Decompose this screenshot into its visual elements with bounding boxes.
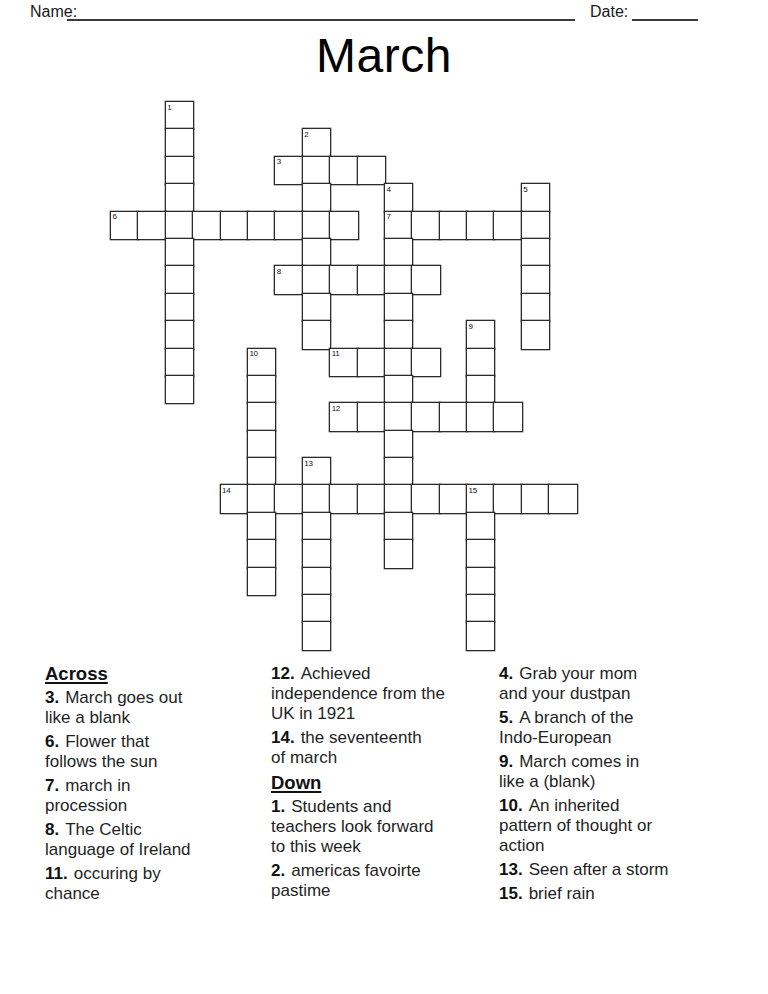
grid-cell-r17c13[interactable] (467, 568, 494, 595)
date-input-line[interactable] (632, 3, 698, 21)
clue-number: 13. (499, 860, 523, 879)
grid-cell-r9c5[interactable]: 10 (248, 349, 275, 376)
grid-cell-r8c2[interactable] (166, 321, 193, 348)
grid-cell-r18c7[interactable] (303, 595, 330, 622)
grid-cell-r19c7[interactable] (303, 622, 330, 649)
clue-item-1: 1.Students and teachers look forward to … (271, 797, 486, 857)
clue-number: 4. (499, 664, 513, 683)
grid-cell-r11c8[interactable]: 12 (330, 403, 357, 430)
grid-cell-r2c9[interactable] (358, 157, 385, 184)
clue-item-8: 8.The Celtic language of Ireland (45, 820, 250, 860)
clue-item-11: 11.occuring by chance (45, 864, 250, 904)
crossword-grid: 123456789101112131415 (111, 102, 577, 650)
cell-number-11: 11 (332, 349, 340, 358)
grid-cell-r3c2[interactable] (166, 184, 193, 211)
clue-item-7: 7.march in procession (45, 776, 250, 816)
clue-number: 1. (271, 797, 285, 816)
clue-number: 2. (271, 861, 285, 880)
grid-cell-r2c7[interactable] (303, 157, 330, 184)
grid-cell-r5c15[interactable] (522, 239, 549, 266)
grid-cell-r9c2[interactable] (166, 349, 193, 376)
clue-text: The Celtic language of Ireland (45, 820, 191, 859)
clues-column-down: 4.Grab your mom and your dustpan5.A bran… (499, 664, 729, 908)
clue-number: 6. (45, 732, 59, 751)
grid-cell-r14c8[interactable] (330, 485, 357, 512)
grid-cell-r13c10[interactable] (385, 458, 412, 485)
clue-text: A branch of the Indo-European (499, 708, 634, 747)
crossword-worksheet: Name: Date: March 123456789101112131415 … (0, 0, 768, 994)
grid-cell-r14c7[interactable] (303, 485, 330, 512)
grid-cell-r1c7[interactable]: 2 (303, 129, 330, 156)
grid-cell-r3c15[interactable]: 5 (522, 184, 549, 211)
grid-cell-r14c4[interactable]: 14 (221, 485, 248, 512)
grid-cell-r6c2[interactable] (166, 266, 193, 293)
clue-text: March goes out like a blank (45, 688, 182, 727)
grid-cell-r12c10[interactable] (385, 431, 412, 458)
clue-number: 9. (499, 752, 513, 771)
clue-number: 14. (271, 728, 295, 747)
cell-number-5: 5 (523, 185, 527, 194)
grid-cell-r4c1[interactable] (138, 212, 165, 239)
clue-text: americas favoirte pastime (271, 861, 421, 900)
grid-cell-r8c10[interactable] (385, 321, 412, 348)
grid-cell-r18c13[interactable] (467, 595, 494, 622)
grid-cell-r15c10[interactable] (385, 513, 412, 540)
grid-cell-r6c7[interactable] (303, 266, 330, 293)
clue-number: 12. (271, 664, 295, 683)
grid-cell-r16c5[interactable] (248, 540, 275, 567)
grid-cell-r2c8[interactable] (330, 157, 357, 184)
grid-cell-r8c7[interactable] (303, 321, 330, 348)
grid-cell-r16c7[interactable] (303, 540, 330, 567)
grid-cell-r6c11[interactable] (412, 266, 439, 293)
grid-cell-r4c13[interactable] (467, 212, 494, 239)
clue-item-14: 14.the seventeenth of march (271, 728, 486, 768)
grid-cell-r14c6[interactable] (275, 485, 302, 512)
cell-number-2: 2 (304, 130, 308, 139)
cell-number-9: 9 (469, 322, 473, 331)
grid-cell-r14c11[interactable] (412, 485, 439, 512)
clue-text: brief rain (529, 884, 595, 903)
grid-cell-r3c10[interactable]: 4 (385, 184, 412, 211)
clue-item-2: 2.americas favoirte pastime (271, 861, 486, 901)
grid-cell-r5c10[interactable] (385, 239, 412, 266)
grid-cell-r7c7[interactable] (303, 294, 330, 321)
grid-cell-r7c15[interactable] (522, 294, 549, 321)
grid-cell-r3c7[interactable] (303, 184, 330, 211)
grid-cell-r10c2[interactable] (166, 376, 193, 403)
grid-cell-r6c10[interactable] (385, 266, 412, 293)
grid-cell-r2c6[interactable]: 3 (275, 157, 302, 184)
clue-item-12: 12.Achieved independence from the UK in … (271, 664, 486, 724)
grid-cell-r4c0[interactable]: 6 (111, 212, 138, 239)
cell-number-4: 4 (386, 185, 390, 194)
clue-text: March comes in like a (blank) (499, 752, 639, 791)
clues-column-across: Across3.March goes out like a blank6.Flo… (45, 663, 250, 908)
clue-number: 5. (499, 708, 513, 727)
grid-cell-r11c9[interactable] (358, 403, 385, 430)
clue-item-5: 5.A branch of the Indo-European (499, 708, 729, 748)
grid-cell-r8c13[interactable]: 9 (467, 321, 494, 348)
grid-cell-r10c10[interactable] (385, 376, 412, 403)
clue-item-13: 13.Seen after a storm (499, 860, 729, 880)
grid-cell-r14c5[interactable] (248, 485, 275, 512)
grid-cell-r16c10[interactable] (385, 540, 412, 567)
clue-item-4: 4.Grab your mom and your dustpan (499, 664, 729, 704)
grid-cell-r11c5[interactable] (248, 403, 275, 430)
grid-cell-r4c11[interactable] (412, 212, 439, 239)
cell-number-12: 12 (332, 404, 340, 413)
grid-cell-r15c7[interactable] (303, 513, 330, 540)
clue-item-3: 3.March goes out like a blank (45, 688, 250, 728)
grid-cell-r9c10[interactable] (385, 349, 412, 376)
grid-cell-r4c7[interactable] (303, 212, 330, 239)
grid-cell-r11c13[interactable] (467, 403, 494, 430)
cell-number-6: 6 (113, 212, 117, 221)
page-title: March (0, 27, 768, 85)
clue-number: 15. (499, 884, 523, 903)
grid-cell-r12c5[interactable] (248, 431, 275, 458)
grid-cell-r14c14[interactable] (494, 485, 521, 512)
grid-cell-r6c8[interactable] (330, 266, 357, 293)
clues-heading-across: Across (45, 663, 250, 684)
grid-cell-r7c10[interactable] (385, 294, 412, 321)
clue-number: 11. (45, 864, 68, 883)
clue-item-9: 9.March comes in like a (blank) (499, 752, 729, 792)
grid-cell-r4c15[interactable] (522, 212, 549, 239)
grid-cell-r11c11[interactable] (412, 403, 439, 430)
grid-cell-r4c12[interactable] (440, 212, 467, 239)
grid-cell-r13c5[interactable] (248, 458, 275, 485)
clue-text: Achieved independence from the UK in 192… (271, 664, 445, 723)
grid-cell-r17c7[interactable] (303, 568, 330, 595)
cell-number-14: 14 (222, 486, 230, 495)
clue-text: Students and teachers look forward to th… (271, 797, 434, 856)
grid-cell-r17c5[interactable] (248, 568, 275, 595)
grid-cell-r9c8[interactable]: 11 (330, 349, 357, 376)
grid-cell-r4c2[interactable] (166, 212, 193, 239)
grid-cell-r7c2[interactable] (166, 294, 193, 321)
name-input-line[interactable] (67, 3, 575, 21)
grid-cell-r14c15[interactable] (522, 485, 549, 512)
clue-text: Seen after a storm (529, 860, 669, 879)
grid-cell-r14c10[interactable] (385, 485, 412, 512)
grid-cell-r10c5[interactable] (248, 376, 275, 403)
clue-text: Grab your mom and your dustpan (499, 664, 637, 703)
grid-cell-r2c2[interactable] (166, 157, 193, 184)
grid-cell-r11c12[interactable] (440, 403, 467, 430)
grid-cell-r9c13[interactable] (467, 349, 494, 376)
clue-number: 10. (499, 796, 523, 815)
grid-cell-r1c2[interactable] (166, 129, 193, 156)
clue-number: 3. (45, 688, 59, 707)
clues-column-middle: 12.Achieved independence from the UK in … (271, 664, 486, 905)
grid-cell-r14c9[interactable] (358, 485, 385, 512)
grid-cell-r4c4[interactable] (221, 212, 248, 239)
grid-cell-r15c5[interactable] (248, 513, 275, 540)
grid-cell-r4c5[interactable] (248, 212, 275, 239)
clue-item-15: 15.brief rain (499, 884, 729, 904)
grid-cell-r15c13[interactable] (467, 513, 494, 540)
grid-cell-r0c2[interactable]: 1 (166, 102, 193, 129)
date-label: Date: (590, 2, 628, 22)
grid-cell-r4c6[interactable] (275, 212, 302, 239)
cell-number-13: 13 (304, 459, 312, 468)
grid-cell-r4c8[interactable] (330, 212, 357, 239)
grid-cell-r14c13[interactable]: 15 (467, 485, 494, 512)
clue-text: Flower that follows the sun (45, 732, 157, 771)
grid-cell-r5c2[interactable] (166, 239, 193, 266)
grid-cell-r9c11[interactable] (412, 349, 439, 376)
clue-item-10: 10.An inherited pattern of thought or ac… (499, 796, 729, 856)
cell-number-1: 1 (167, 103, 171, 112)
cell-number-15: 15 (469, 486, 477, 495)
grid-cell-r6c15[interactable] (522, 266, 549, 293)
grid-cell-r10c13[interactable] (467, 376, 494, 403)
grid-cell-r14c16[interactable] (549, 485, 576, 512)
clue-number: 8. (45, 820, 59, 839)
clue-number: 7. (45, 776, 59, 795)
grid-cell-r6c6[interactable]: 8 (275, 266, 302, 293)
cell-number-7: 7 (386, 212, 390, 221)
cell-number-3: 3 (277, 157, 281, 166)
cell-number-10: 10 (249, 349, 257, 358)
clue-item-6: 6.Flower that follows the sun (45, 732, 250, 772)
grid-cell-r9c9[interactable] (358, 349, 385, 376)
grid-cell-r4c10[interactable]: 7 (385, 212, 412, 239)
grid-cell-r6c9[interactable] (358, 266, 385, 293)
grid-cell-r5c7[interactable] (303, 239, 330, 266)
grid-cell-r19c13[interactable] (467, 622, 494, 649)
cell-number-8: 8 (277, 267, 281, 276)
grid-cell-r4c14[interactable] (494, 212, 521, 239)
grid-cell-r16c13[interactable] (467, 540, 494, 567)
grid-cell-r8c15[interactable] (522, 321, 549, 348)
grid-cell-r4c3[interactable] (193, 212, 220, 239)
grid-cell-r11c14[interactable] (494, 403, 521, 430)
clues-heading-down: Down (271, 772, 486, 793)
grid-cell-r14c12[interactable] (440, 485, 467, 512)
grid-cell-r11c10[interactable] (385, 403, 412, 430)
grid-cell-r13c7[interactable]: 13 (303, 458, 330, 485)
